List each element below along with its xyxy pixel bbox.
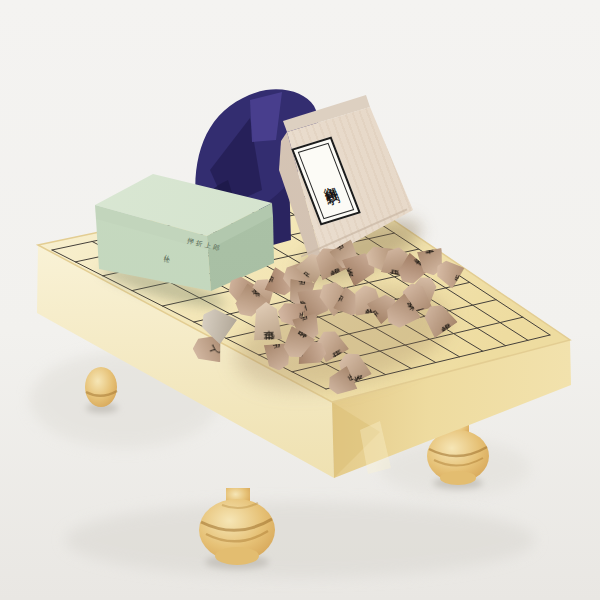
shogi-piece-facedown [195,302,237,344]
shogi-set-photo: 仏佳 押折上郎 御将棋駒 香車歩兵歩兵桂馬歩兵銀将歩兵金将歩兵桂馬香車香車歩兵歩… [0,0,600,600]
pieces-layer: 香車歩兵歩兵桂馬歩兵銀将歩兵金将歩兵桂馬香車香車歩兵歩兵馬銀将歩兵角行金将歩兵銀… [0,0,600,600]
